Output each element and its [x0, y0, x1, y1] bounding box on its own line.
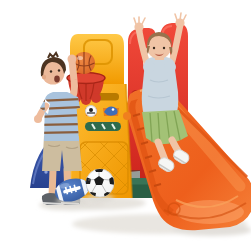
boy-ear: [42, 75, 46, 79]
slide-attach-knob: [123, 112, 131, 120]
roller-bar: [85, 122, 121, 131]
scene-canvas: [0, 0, 251, 250]
boy-raised-hand: [68, 55, 77, 64]
product-photo: Two toddlers playing on an all-star spor…: [0, 0, 251, 250]
boy-left-hand: [34, 115, 42, 123]
